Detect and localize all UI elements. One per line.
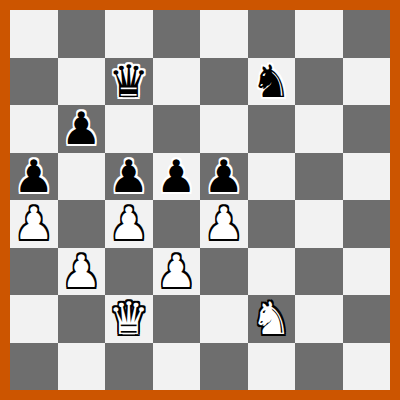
square-f5[interactable]: [248, 153, 296, 201]
black-pawn[interactable]: ♟: [10, 153, 58, 201]
square-b2[interactable]: [58, 295, 106, 343]
square-c3[interactable]: [105, 248, 153, 296]
square-a5[interactable]: ♟: [10, 153, 58, 201]
black-knight[interactable]: ♞: [248, 58, 296, 106]
square-b1[interactable]: [58, 343, 106, 391]
square-c1[interactable]: [105, 343, 153, 391]
white-pawn[interactable]: ♟: [153, 248, 201, 296]
square-a6[interactable]: [10, 105, 58, 153]
black-pawn[interactable]: ♟: [58, 105, 106, 153]
square-f7[interactable]: ♞: [248, 58, 296, 106]
square-a8[interactable]: [10, 10, 58, 58]
square-a2[interactable]: [10, 295, 58, 343]
square-e1[interactable]: [200, 343, 248, 391]
square-b5[interactable]: [58, 153, 106, 201]
square-b6[interactable]: ♟: [58, 105, 106, 153]
square-b8[interactable]: [58, 10, 106, 58]
square-c5[interactable]: ♟: [105, 153, 153, 201]
square-f3[interactable]: [248, 248, 296, 296]
white-pawn[interactable]: ♟: [200, 200, 248, 248]
square-g4[interactable]: [295, 200, 343, 248]
square-e3[interactable]: [200, 248, 248, 296]
square-d7[interactable]: [153, 58, 201, 106]
square-f8[interactable]: [248, 10, 296, 58]
board-frame: ♛♞♟♟♟♟♟♟♟♟♟♟♛♞: [0, 0, 400, 400]
square-h5[interactable]: [343, 153, 391, 201]
square-c7[interactable]: ♛: [105, 58, 153, 106]
square-g3[interactable]: [295, 248, 343, 296]
square-h2[interactable]: [343, 295, 391, 343]
white-knight[interactable]: ♞: [248, 295, 296, 343]
white-queen[interactable]: ♛: [105, 295, 153, 343]
square-a3[interactable]: [10, 248, 58, 296]
square-e8[interactable]: [200, 10, 248, 58]
square-g5[interactable]: [295, 153, 343, 201]
square-f2[interactable]: ♞: [248, 295, 296, 343]
square-b4[interactable]: [58, 200, 106, 248]
square-h1[interactable]: [343, 343, 391, 391]
square-h4[interactable]: [343, 200, 391, 248]
square-a7[interactable]: [10, 58, 58, 106]
square-c6[interactable]: [105, 105, 153, 153]
black-pawn[interactable]: ♟: [105, 153, 153, 201]
square-e6[interactable]: [200, 105, 248, 153]
white-pawn[interactable]: ♟: [58, 248, 106, 296]
black-queen[interactable]: ♛: [105, 58, 153, 106]
square-a4[interactable]: ♟: [10, 200, 58, 248]
square-g1[interactable]: [295, 343, 343, 391]
square-c4[interactable]: ♟: [105, 200, 153, 248]
square-g6[interactable]: [295, 105, 343, 153]
chess-board[interactable]: ♛♞♟♟♟♟♟♟♟♟♟♟♛♞: [10, 10, 390, 390]
square-h7[interactable]: [343, 58, 391, 106]
square-h3[interactable]: [343, 248, 391, 296]
square-g2[interactable]: [295, 295, 343, 343]
square-d6[interactable]: [153, 105, 201, 153]
square-f4[interactable]: [248, 200, 296, 248]
square-e4[interactable]: ♟: [200, 200, 248, 248]
square-b7[interactable]: [58, 58, 106, 106]
square-f6[interactable]: [248, 105, 296, 153]
square-g7[interactable]: [295, 58, 343, 106]
square-c2[interactable]: ♛: [105, 295, 153, 343]
square-e2[interactable]: [200, 295, 248, 343]
square-d5[interactable]: ♟: [153, 153, 201, 201]
square-d1[interactable]: [153, 343, 201, 391]
square-g8[interactable]: [295, 10, 343, 58]
square-f1[interactable]: [248, 343, 296, 391]
black-pawn[interactable]: ♟: [153, 153, 201, 201]
white-pawn[interactable]: ♟: [10, 200, 58, 248]
square-e5[interactable]: ♟: [200, 153, 248, 201]
square-d2[interactable]: [153, 295, 201, 343]
square-d4[interactable]: [153, 200, 201, 248]
square-e7[interactable]: [200, 58, 248, 106]
white-pawn[interactable]: ♟: [105, 200, 153, 248]
square-d8[interactable]: [153, 10, 201, 58]
square-c8[interactable]: [105, 10, 153, 58]
black-pawn[interactable]: ♟: [200, 153, 248, 201]
square-h8[interactable]: [343, 10, 391, 58]
square-d3[interactable]: ♟: [153, 248, 201, 296]
square-b3[interactable]: ♟: [58, 248, 106, 296]
square-h6[interactable]: [343, 105, 391, 153]
square-a1[interactable]: [10, 343, 58, 391]
